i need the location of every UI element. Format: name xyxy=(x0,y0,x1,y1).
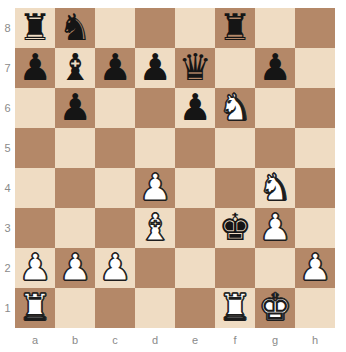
file-label-g: g xyxy=(255,330,295,350)
square-c4[interactable] xyxy=(95,168,135,208)
black-rook[interactable]: ♜︎ xyxy=(215,8,255,48)
square-a3[interactable] xyxy=(15,208,55,248)
square-h4[interactable] xyxy=(295,168,335,208)
black-pawn[interactable]: ♟︎ xyxy=(15,48,55,88)
square-g6[interactable] xyxy=(255,88,295,128)
square-b8[interactable]: ♞︎ xyxy=(55,8,95,48)
square-h8[interactable] xyxy=(295,8,335,48)
square-e8[interactable] xyxy=(175,8,215,48)
square-g3[interactable]: ♟︎ xyxy=(255,208,295,248)
square-h7[interactable] xyxy=(295,48,335,88)
white-rook[interactable]: ♜︎ xyxy=(15,288,55,328)
black-pawn[interactable]: ♟︎ xyxy=(255,48,295,88)
square-h6[interactable] xyxy=(295,88,335,128)
square-d4[interactable]: ♟︎ xyxy=(135,168,175,208)
square-f7[interactable] xyxy=(215,48,255,88)
square-h1[interactable] xyxy=(295,288,335,328)
square-a7[interactable]: ♟︎ xyxy=(15,48,55,88)
black-king[interactable]: ♚︎ xyxy=(215,208,255,248)
file-label-f: f xyxy=(215,330,255,350)
square-a4[interactable] xyxy=(15,168,55,208)
square-e4[interactable] xyxy=(175,168,215,208)
rank-label-6: 6 xyxy=(0,88,15,128)
white-king[interactable]: ♚︎ xyxy=(255,288,295,328)
square-e2[interactable] xyxy=(175,248,215,288)
black-pawn[interactable]: ♟︎ xyxy=(95,48,135,88)
square-e6[interactable]: ♟︎ xyxy=(175,88,215,128)
square-b2[interactable]: ♟︎ xyxy=(55,248,95,288)
black-pawn[interactable]: ♟︎ xyxy=(135,48,175,88)
square-g4[interactable]: ♞︎ xyxy=(255,168,295,208)
square-f3[interactable]: ♚︎ xyxy=(215,208,255,248)
square-c6[interactable] xyxy=(95,88,135,128)
square-e5[interactable] xyxy=(175,128,215,168)
white-pawn[interactable]: ♟︎ xyxy=(295,248,335,288)
white-pawn[interactable]: ♟︎ xyxy=(55,248,95,288)
square-e7[interactable]: ♛︎ xyxy=(175,48,215,88)
square-g2[interactable] xyxy=(255,248,295,288)
square-a2[interactable]: ♟︎ xyxy=(15,248,55,288)
black-queen[interactable]: ♛︎ xyxy=(175,48,215,88)
black-pawn[interactable]: ♟︎ xyxy=(175,88,215,128)
square-b6[interactable]: ♟︎ xyxy=(55,88,95,128)
file-label-a: a xyxy=(15,330,55,350)
square-g1[interactable]: ♚︎ xyxy=(255,288,295,328)
chess-board: ♜︎♞︎♜︎♟︎♝︎♟︎♟︎♛︎♟︎♟︎♟︎♞︎♟︎♞︎♝︎♚︎♟︎♟︎♟︎♟︎… xyxy=(15,8,335,328)
square-b3[interactable] xyxy=(55,208,95,248)
rank-label-4: 4 xyxy=(0,168,15,208)
square-h2[interactable]: ♟︎ xyxy=(295,248,335,288)
black-bishop[interactable]: ♝︎ xyxy=(55,48,95,88)
square-b1[interactable] xyxy=(55,288,95,328)
file-label-e: e xyxy=(175,330,215,350)
white-pawn[interactable]: ♟︎ xyxy=(15,248,55,288)
square-h5[interactable] xyxy=(295,128,335,168)
rank-label-2: 2 xyxy=(0,248,15,288)
square-b5[interactable] xyxy=(55,128,95,168)
file-label-c: c xyxy=(95,330,135,350)
square-d8[interactable] xyxy=(135,8,175,48)
white-knight[interactable]: ♞︎ xyxy=(215,88,255,128)
square-c3[interactable] xyxy=(95,208,135,248)
square-a6[interactable] xyxy=(15,88,55,128)
white-knight[interactable]: ♞︎ xyxy=(255,168,295,208)
square-c7[interactable]: ♟︎ xyxy=(95,48,135,88)
white-pawn[interactable]: ♟︎ xyxy=(135,168,175,208)
white-pawn[interactable]: ♟︎ xyxy=(255,208,295,248)
square-h3[interactable] xyxy=(295,208,335,248)
square-f1[interactable]: ♜︎ xyxy=(215,288,255,328)
square-a5[interactable] xyxy=(15,128,55,168)
rank-label-3: 3 xyxy=(0,208,15,248)
square-a8[interactable]: ♜︎ xyxy=(15,8,55,48)
white-pawn[interactable]: ♟︎ xyxy=(95,248,135,288)
chess-board-diagram: ♜︎♞︎♜︎♟︎♝︎♟︎♟︎♛︎♟︎♟︎♟︎♞︎♟︎♞︎♝︎♚︎♟︎♟︎♟︎♟︎… xyxy=(0,0,346,352)
rank-label-7: 7 xyxy=(0,48,15,88)
rank-label-8: 8 xyxy=(0,8,15,48)
square-b4[interactable] xyxy=(55,168,95,208)
black-rook[interactable]: ♜︎ xyxy=(15,8,55,48)
square-d5[interactable] xyxy=(135,128,175,168)
square-e1[interactable] xyxy=(175,288,215,328)
file-label-b: b xyxy=(55,330,95,350)
square-g7[interactable]: ♟︎ xyxy=(255,48,295,88)
square-f2[interactable] xyxy=(215,248,255,288)
square-d3[interactable]: ♝︎ xyxy=(135,208,175,248)
square-c5[interactable] xyxy=(95,128,135,168)
square-g8[interactable] xyxy=(255,8,295,48)
square-d6[interactable] xyxy=(135,88,175,128)
square-f6[interactable]: ♞︎ xyxy=(215,88,255,128)
white-bishop[interactable]: ♝︎ xyxy=(135,208,175,248)
white-rook[interactable]: ♜︎ xyxy=(215,288,255,328)
square-c1[interactable] xyxy=(95,288,135,328)
rank-label-5: 5 xyxy=(0,128,15,168)
black-pawn[interactable]: ♟︎ xyxy=(55,88,95,128)
square-d1[interactable] xyxy=(135,288,175,328)
file-label-d: d xyxy=(135,330,175,350)
square-f5[interactable] xyxy=(215,128,255,168)
square-f4[interactable] xyxy=(215,168,255,208)
file-label-h: h xyxy=(295,330,335,350)
square-a1[interactable]: ♜︎ xyxy=(15,288,55,328)
square-e3[interactable] xyxy=(175,208,215,248)
square-c2[interactable]: ♟︎ xyxy=(95,248,135,288)
black-knight[interactable]: ♞︎ xyxy=(55,8,95,48)
rank-label-1: 1 xyxy=(0,288,15,328)
square-g5[interactable] xyxy=(255,128,295,168)
square-b7[interactable]: ♝︎ xyxy=(55,48,95,88)
square-f8[interactable]: ♜︎ xyxy=(215,8,255,48)
square-c8[interactable] xyxy=(95,8,135,48)
square-d7[interactable]: ♟︎ xyxy=(135,48,175,88)
square-d2[interactable] xyxy=(135,248,175,288)
